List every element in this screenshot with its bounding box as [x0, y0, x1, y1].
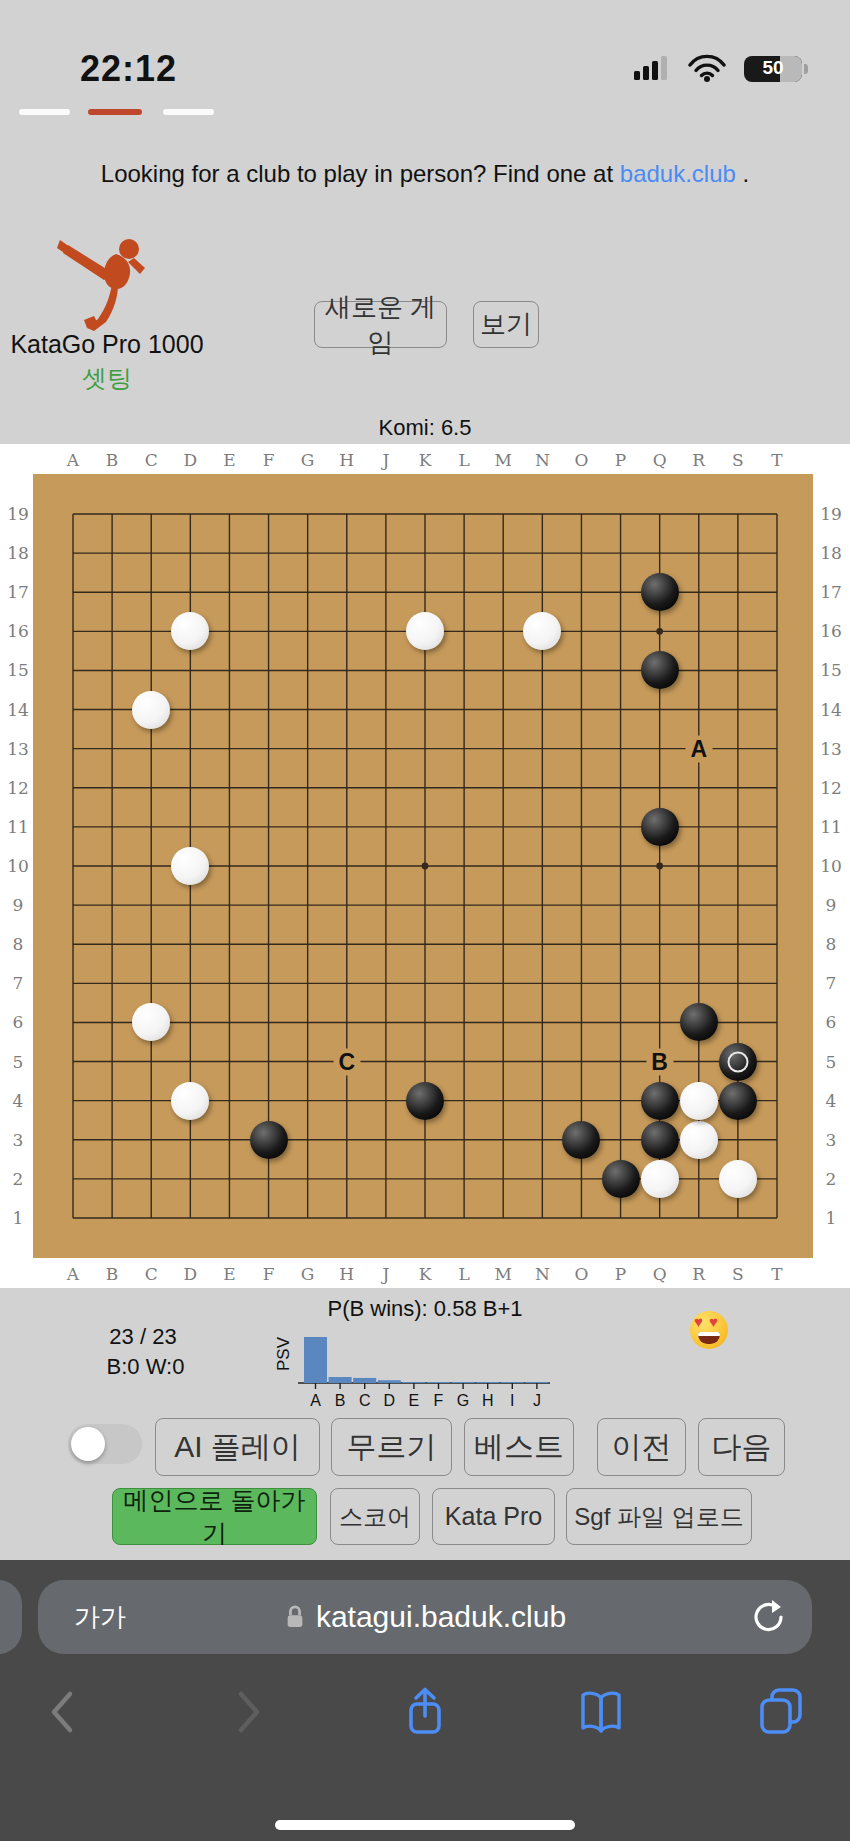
battery-icon: 50 — [744, 56, 802, 82]
coord-bottom-K: K — [419, 1264, 432, 1284]
coord-bottom-J: J — [382, 1264, 389, 1284]
coord-right-18: 18 — [820, 543, 842, 563]
stone-black-p2 — [602, 1160, 640, 1198]
clock: 22:12 — [80, 48, 177, 90]
coord-left-6: 6 — [13, 1012, 24, 1032]
coord-left-8: 8 — [13, 934, 24, 954]
coord-bottom-E: E — [223, 1264, 235, 1284]
svg-text:H: H — [482, 1392, 494, 1409]
coord-top-M: M — [495, 450, 512, 470]
sgf-upload-button[interactable]: Sgf 파일 업로드 — [566, 1488, 752, 1545]
komi-label: Komi: 6.5 — [0, 415, 850, 441]
coord-right-14: 14 — [820, 700, 842, 720]
coord-right-16: 16 — [820, 621, 842, 641]
coord-right-11: 11 — [820, 817, 842, 837]
coord-left-11: 11 — [7, 817, 29, 837]
coord-top-S: S — [732, 450, 744, 470]
coord-right-9: 9 — [826, 895, 837, 915]
coord-right-7: 7 — [826, 973, 837, 993]
svg-text:E: E — [409, 1392, 420, 1409]
svg-text:A: A — [310, 1392, 321, 1409]
coord-left-15: 15 — [7, 660, 29, 680]
coord-left-4: 4 — [13, 1091, 24, 1111]
move-counter: 23 / 23 — [93, 1324, 193, 1350]
stone-black-k4 — [406, 1082, 444, 1120]
url-text: katagui.baduk.club — [316, 1600, 566, 1634]
score-button[interactable]: 스코어 — [330, 1488, 420, 1545]
coord-bottom-H: H — [339, 1264, 354, 1284]
banner-text-after: . — [736, 160, 749, 187]
bookmarks-button[interactable] — [578, 1688, 624, 1736]
captures-count: B:0 W:0 — [88, 1354, 203, 1380]
cellular-signal-icon — [634, 54, 674, 80]
stone-black-q4 — [641, 1082, 679, 1120]
emoji-mouth — [698, 1332, 720, 1344]
svg-text:J: J — [533, 1392, 541, 1409]
share-button[interactable] — [402, 1686, 448, 1738]
coord-left-16: 16 — [7, 621, 29, 641]
reload-button[interactable] — [750, 1597, 788, 1641]
coord-top-J: J — [382, 450, 389, 470]
settings-link[interactable]: 셋팅 — [6, 362, 208, 395]
coord-right-5: 5 — [826, 1052, 837, 1072]
url-bar[interactable]: 가가 katagui.baduk.club — [38, 1580, 812, 1654]
club-banner: Looking for a club to play in person? Fi… — [0, 160, 850, 188]
coord-bottom-C: C — [145, 1264, 158, 1284]
stone-black-q17 — [641, 573, 679, 611]
stone-black-o3 — [562, 1121, 600, 1159]
ai-play-button[interactable]: AI 플레이 — [155, 1418, 320, 1476]
coord-left-5: 5 — [13, 1052, 24, 1072]
coord-left-12: 12 — [7, 778, 29, 798]
engine-name: KataGo Pro 1000 — [6, 330, 208, 359]
battery-percent: 50 — [744, 57, 802, 79]
coord-left-19: 19 — [7, 504, 29, 524]
coord-top-E: E — [223, 450, 235, 470]
back-to-main-button[interactable]: 메인으로 돌아가기 — [112, 1488, 317, 1545]
svg-text:F: F — [434, 1392, 444, 1409]
coord-right-10: 10 — [820, 856, 842, 876]
coord-top-A: A — [67, 450, 79, 470]
coord-left-14: 14 — [7, 700, 29, 720]
stone-black-f3 — [250, 1121, 288, 1159]
coord-top-T: T — [771, 450, 782, 470]
wifi-icon — [688, 54, 726, 82]
stone-white-d16 — [171, 612, 209, 650]
coord-top-K: K — [419, 450, 432, 470]
stone-black-r6 — [680, 1003, 718, 1041]
coord-right-13: 13 — [820, 739, 842, 759]
svg-text:D: D — [384, 1392, 396, 1409]
emoji-heart-eye-right: ♥ — [709, 1313, 718, 1330]
coord-bottom-A: A — [67, 1264, 79, 1284]
emoji-heart-eye-left: ♥ — [694, 1313, 703, 1330]
coord-right-8: 8 — [826, 934, 837, 954]
stone-white-d4 — [171, 1082, 209, 1120]
board-label-C[interactable]: C — [333, 1048, 360, 1075]
battery-nub — [804, 64, 808, 74]
home-indicator[interactable] — [275, 1820, 575, 1830]
coord-top-H: H — [339, 450, 354, 470]
coord-bottom-R: R — [692, 1264, 705, 1284]
url-center: katagui.baduk.club — [38, 1600, 812, 1634]
page-indicator-bar-active[interactable] — [88, 109, 142, 115]
stone-white-s2 — [719, 1160, 757, 1198]
prev-button[interactable]: 이전 — [597, 1418, 686, 1476]
coord-top-L: L — [458, 450, 469, 470]
page-indicator-bar-3[interactable] — [163, 109, 214, 115]
svg-text:C: C — [359, 1392, 371, 1409]
stone-white-r3 — [680, 1121, 718, 1159]
coord-left-2: 2 — [13, 1169, 24, 1189]
coord-bottom-B: B — [106, 1264, 119, 1284]
coord-bottom-L: L — [458, 1264, 469, 1284]
coord-top-N: N — [535, 450, 550, 470]
lock-icon — [284, 1604, 306, 1630]
coord-right-12: 12 — [820, 778, 842, 798]
coord-bottom-D: D — [184, 1264, 198, 1284]
coord-bottom-Q: Q — [653, 1264, 667, 1284]
coord-bottom-T: T — [771, 1264, 782, 1284]
ai-toggle-knob[interactable] — [71, 1427, 105, 1461]
page-indicator-bar-1[interactable] — [19, 109, 70, 115]
coord-bottom-N: N — [535, 1264, 550, 1284]
coord-bottom-F: F — [263, 1264, 275, 1284]
coord-top-P: P — [615, 450, 626, 470]
stone-black-q15 — [641, 651, 679, 689]
coord-left-3: 3 — [13, 1130, 24, 1150]
coord-right-4: 4 — [826, 1091, 837, 1111]
ai-toggle[interactable] — [68, 1424, 142, 1464]
stone-white-c14 — [132, 691, 170, 729]
svg-text:I: I — [510, 1392, 514, 1409]
board-label-B[interactable]: B — [646, 1048, 673, 1075]
stone-black-q11 — [641, 808, 679, 846]
back-button[interactable] — [42, 1688, 82, 1736]
katago-logo — [56, 232, 160, 332]
coord-right-3: 3 — [826, 1130, 837, 1150]
coord-left-10: 10 — [7, 856, 29, 876]
coord-bottom-S: S — [732, 1264, 744, 1284]
svg-text:G: G — [457, 1392, 469, 1409]
tabs-button[interactable] — [758, 1686, 804, 1736]
browser-chrome: 가가 katagui.baduk.club — [0, 1560, 850, 1841]
coord-left-18: 18 — [7, 543, 29, 563]
coord-left-17: 17 — [7, 582, 29, 602]
coord-right-15: 15 — [820, 660, 842, 680]
coord-left-7: 7 — [13, 973, 24, 993]
forward-button[interactable] — [229, 1688, 269, 1736]
stone-white-n16 — [523, 612, 561, 650]
new-game-button[interactable]: 새로운 게임 — [314, 301, 447, 348]
stone-black-s4 — [719, 1082, 757, 1120]
stone-white-d10 — [171, 847, 209, 885]
coord-top-D: D — [184, 450, 198, 470]
coord-left-1: 1 — [13, 1208, 24, 1228]
coord-top-B: B — [106, 450, 119, 470]
psv-bar-chart: ABCDEFGHIJ — [290, 1328, 570, 1410]
stone-white-c6 — [132, 1003, 170, 1041]
coord-right-2: 2 — [826, 1169, 837, 1189]
view-button[interactable]: 보기 — [473, 301, 539, 348]
coord-right-1: 1 — [826, 1208, 837, 1228]
coord-left-9: 9 — [13, 895, 24, 915]
coord-right-17: 17 — [820, 582, 842, 602]
coord-right-19: 19 — [820, 504, 842, 524]
coord-bottom-O: O — [574, 1264, 588, 1284]
coord-top-C: C — [145, 450, 158, 470]
undo-button[interactable]: 무르기 — [331, 1418, 452, 1476]
coord-bottom-M: M — [495, 1264, 512, 1284]
coord-top-Q: Q — [653, 450, 667, 470]
board-panel: AABBCCDDEEFFGGHHJJKKLLMMNNOOPPQQRRSSTT19… — [0, 444, 850, 1288]
stone-white-k16 — [406, 612, 444, 650]
coord-bottom-P: P — [615, 1264, 626, 1284]
stone-white-q2 — [641, 1160, 679, 1198]
coord-top-O: O — [574, 450, 588, 470]
heart-eyes-emoji: ♥ ♥ — [690, 1311, 728, 1349]
kata-pro-button[interactable]: Kata Pro — [432, 1488, 555, 1545]
coord-top-R: R — [692, 450, 705, 470]
next-button[interactable]: 다음 — [698, 1418, 785, 1476]
stone-black-q3 — [641, 1121, 679, 1159]
previous-tab-edge[interactable] — [0, 1580, 22, 1654]
last-move-marker — [727, 1051, 748, 1072]
coord-top-G: G — [301, 450, 315, 470]
banner-text: Looking for a club to play in person? Fi… — [101, 160, 620, 187]
reload-icon — [750, 1597, 788, 1637]
coord-left-13: 13 — [7, 739, 29, 759]
svg-text:B: B — [335, 1392, 346, 1409]
baduk-club-link[interactable]: baduk.club — [620, 160, 736, 187]
coord-right-6: 6 — [826, 1012, 837, 1032]
best-button[interactable]: 베스트 — [464, 1418, 574, 1476]
coord-top-F: F — [263, 450, 275, 470]
board-label-A[interactable]: A — [685, 735, 712, 762]
stone-white-r4 — [680, 1082, 718, 1120]
coord-bottom-G: G — [301, 1264, 315, 1284]
phone-screen: 22:12 50 Looking for a club to play in p… — [0, 0, 850, 1841]
